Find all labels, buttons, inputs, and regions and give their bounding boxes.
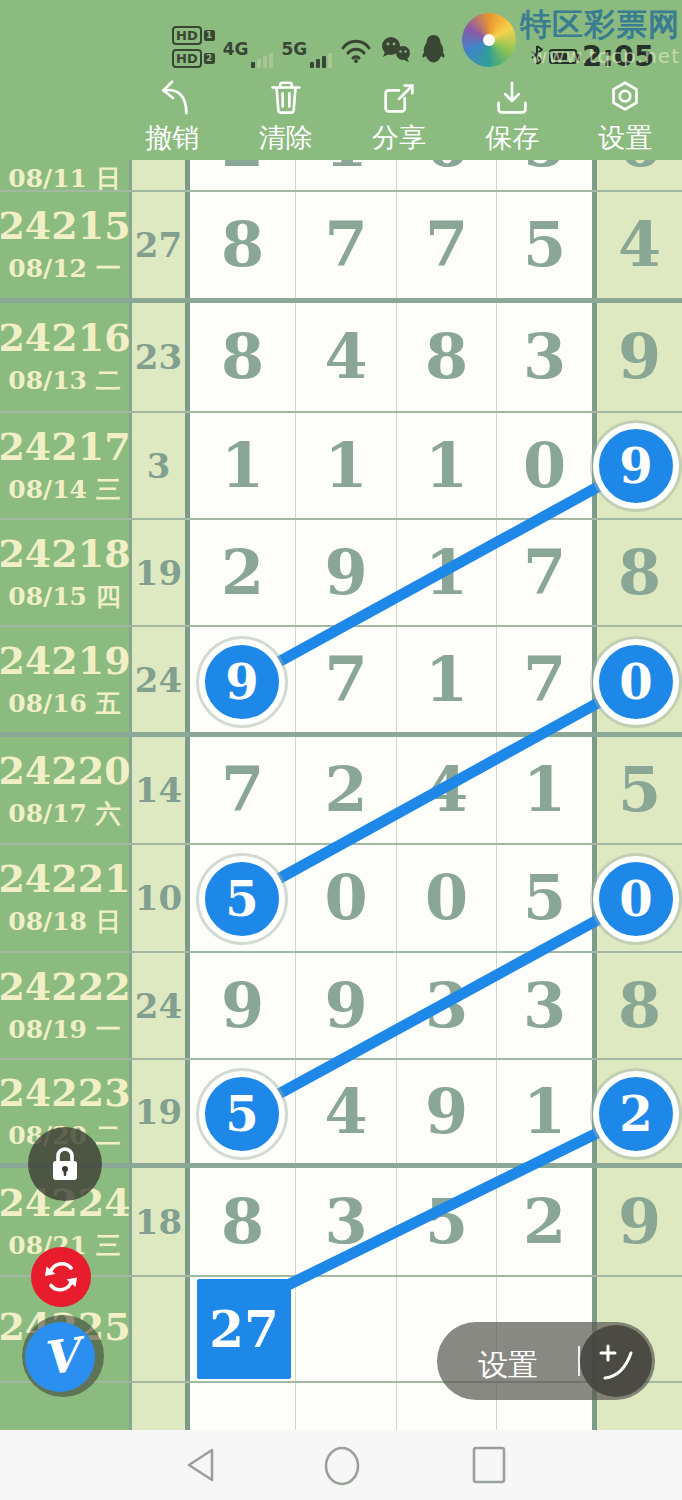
date-label: 08/19 一 (8, 1013, 120, 1046)
row-partial-top: 08/11 日 2 1 6 5 6 (0, 160, 682, 192)
android-nav-bar (0, 1430, 682, 1500)
digit-cell[interactable]: 8 (190, 303, 296, 411)
digit-cell[interactable]: 7 (497, 520, 597, 625)
date-label: 08/17 六 (8, 797, 120, 830)
sum-cell: 27 (132, 192, 190, 298)
undo-icon (152, 77, 194, 119)
digit-cell[interactable]: 0 (296, 845, 397, 951)
wechat-icon (380, 36, 412, 68)
brand-title: 特区彩票网 (520, 8, 680, 41)
save-icon (491, 77, 533, 119)
trend-circle[interactable]: 5 (199, 856, 285, 942)
nav-home-circle (322, 1446, 362, 1486)
row-24222: 24222 08/19 一 24 9 9 3 3 8 (0, 953, 682, 1060)
nav-recents-button[interactable] (470, 1446, 508, 1488)
last-digit-cell[interactable]: 4 (597, 192, 682, 298)
share-icon (378, 77, 420, 119)
digit-cell[interactable]: 8 (190, 192, 296, 298)
period-label: 24221 (0, 858, 131, 900)
period-label: 24216 (0, 317, 131, 359)
digit-cell[interactable]: 1 (397, 627, 497, 732)
date-label: 08/16 五 (8, 687, 120, 720)
digit-cell[interactable] (296, 1277, 397, 1381)
nav-recents-square (470, 1446, 508, 1484)
period-cell: 24219 08/16 五 (0, 627, 132, 732)
sum-cell: 23 (132, 303, 190, 411)
period-label: 24215 (0, 205, 131, 247)
sum-cell (132, 160, 190, 190)
row-24224: 24224 08/21 三 18 8 3 5 2 9 (0, 1168, 682, 1277)
sync-icon (42, 1258, 80, 1296)
pill-settings-label[interactable]: 设置 (437, 1345, 579, 1386)
nav-back-triangle (183, 1446, 219, 1484)
settings-icon (604, 77, 646, 119)
sum-cell: 18 (132, 1168, 190, 1275)
hd2-badge: HD 2 (172, 49, 215, 68)
digit-cell[interactable]: 1 (296, 160, 397, 190)
trend-table: 08/11 日 2 1 6 5 6 24215 08/12 一 27 8 7 7… (0, 160, 682, 1430)
digit-cell[interactable]: 1 (397, 413, 497, 518)
last-digit-cell[interactable]: 9 (597, 303, 682, 411)
4g-signal-bars: 4G (223, 41, 274, 68)
digit-cell[interactable]: 4 (296, 1060, 397, 1163)
v-logo: V (39, 1332, 81, 1383)
digit-cell[interactable]: 7 (190, 737, 296, 843)
digit-cell[interactable]: 2 (296, 737, 397, 843)
digit-cell[interactable]: 1 (296, 413, 397, 518)
date-label: 08/13 二 (8, 364, 120, 397)
period-cell: 24215 08/12 一 (0, 192, 132, 298)
nav-back-button[interactable] (183, 1446, 219, 1488)
last-digit-cell[interactable]: 5 (597, 737, 682, 843)
clear-button[interactable]: 清除 (259, 77, 313, 156)
period-cell: 24220 08/17 六 (0, 737, 132, 843)
toolbar: 撤销 清除 分享 (0, 75, 682, 160)
5g-signal-bars: 5G (281, 41, 332, 68)
digit-cell[interactable]: 3 (397, 953, 497, 1058)
period-label: 24217 (0, 426, 131, 468)
digit-cell[interactable]: 9 (296, 953, 397, 1058)
period-label: 24222 (0, 966, 131, 1008)
date-label: 08/14 三 (8, 473, 120, 506)
digit-cell[interactable]: 3 (296, 1168, 397, 1275)
row-24216: 24216 08/13 二 23 8 4 8 3 9 (0, 303, 682, 413)
date-label: 08/12 一 (8, 252, 120, 285)
digit-cell[interactable]: 4 (397, 737, 497, 843)
pen-tool-button[interactable] (580, 1325, 652, 1397)
digit-cell[interactable]: 1 (397, 520, 497, 625)
digit-cell[interactable]: 5 (497, 192, 597, 298)
period-cell: 24217 08/14 三 (0, 413, 132, 518)
sum-cell: 19 (132, 1060, 190, 1163)
digit-cell[interactable]: 7 (296, 192, 397, 298)
digit-cell[interactable]: 8 (397, 303, 497, 411)
digit-cell[interactable]: 9 (296, 520, 397, 625)
last-digit-cell[interactable]: 9 (597, 1168, 682, 1275)
sum-cell: 19 (132, 520, 190, 625)
date-label: 08/11 日 (8, 162, 120, 190)
sum-cell: 24 (132, 953, 190, 1058)
lock-button[interactable] (28, 1127, 102, 1201)
date-label: 08/15 四 (8, 580, 120, 613)
digit-cell[interactable]: 4 (296, 303, 397, 411)
digit-cell[interactable]: 1 (497, 737, 597, 843)
trend-circle[interactable]: 0 (593, 856, 679, 942)
row-24219: 24219 08/16 五 24 7 1 7 (0, 627, 682, 737)
digit-cell[interactable]: 6 (397, 160, 497, 190)
refresh-button[interactable] (31, 1247, 91, 1307)
undo-button[interactable]: 撤销 (146, 77, 200, 156)
row-24223: 24223 08/20 二 19 4 9 1 (0, 1060, 682, 1168)
app-screen: HD 1 HD 2 4G 5G (0, 0, 682, 1500)
digit-cell[interactable]: 9 (397, 1060, 497, 1163)
trend-circle[interactable]: 5 (199, 1071, 285, 1157)
row-24221: 24221 08/18 日 10 0 0 5 (0, 845, 682, 953)
last-digit-cell[interactable]: 8 (597, 520, 682, 625)
trend-sum-square[interactable]: 27 (197, 1279, 291, 1379)
qq-icon (420, 34, 447, 68)
sum-cell: 14 (132, 737, 190, 843)
digit-cell[interactable]: 7 (397, 192, 497, 298)
status-left-icons: HD 1 HD 2 4G 5G (172, 20, 447, 68)
row-24215: 24215 08/12 一 27 8 7 7 5 4 (0, 192, 682, 303)
sum-cell: 10 (132, 845, 190, 951)
digit-cell[interactable]: 1 (497, 1060, 597, 1163)
period-cell: 24218 08/15 四 (0, 520, 132, 625)
hd1-badge: HD 1 (172, 26, 215, 45)
digit-cell[interactable]: 8 (190, 1168, 296, 1275)
digit-cell[interactable] (296, 1383, 397, 1430)
share-button[interactable]: 分享 (372, 77, 426, 156)
status-bar: HD 1 HD 2 4G 5G (0, 0, 682, 75)
digit-cell[interactable]: 7 (497, 627, 597, 732)
v-logo-button[interactable]: V (25, 1322, 95, 1392)
lock-icon (47, 1145, 83, 1183)
trend-circle[interactable]: 9 (199, 639, 285, 725)
row-24218: 24218 08/15 四 19 2 9 1 7 8 (0, 520, 682, 627)
trash-icon (265, 77, 307, 119)
settings-button[interactable]: 设置 (598, 77, 652, 156)
digit-cell[interactable]: 3 (497, 303, 597, 411)
row-24220: 24220 08/17 六 14 7 2 4 1 5 (0, 737, 682, 845)
digit-cell[interactable] (190, 1383, 296, 1430)
digit-cell[interactable]: 5 (497, 160, 597, 190)
period-cell: 08/11 日 (0, 160, 132, 190)
sum-cell: 24 (132, 627, 190, 732)
nav-home-button[interactable] (322, 1446, 362, 1490)
digit-cell[interactable]: 5 (397, 1168, 497, 1275)
site-logo (462, 13, 516, 67)
wifi-icon (340, 38, 372, 68)
digit-cell[interactable]: 5 (497, 845, 597, 951)
sum-cell: 3 (132, 413, 190, 518)
save-button[interactable]: 保存 (485, 77, 539, 156)
period-cell: 24221 08/18 日 (0, 845, 132, 951)
trend-circle[interactable]: 9 (593, 423, 679, 509)
pen-plus-icon (595, 1340, 637, 1382)
digit-cell[interactable]: 2 (190, 160, 296, 190)
digit-cell[interactable]: 2 (497, 1168, 597, 1275)
digit-cell[interactable]: 7 (296, 627, 397, 732)
digit-cell[interactable]: 0 (497, 413, 597, 518)
draw-settings-pill[interactable]: 设置 (437, 1322, 655, 1400)
digit-cell[interactable]: 2 (190, 520, 296, 625)
period-label: 24223 (0, 1072, 131, 1114)
period-cell: 24216 08/13 二 (0, 303, 132, 411)
sum-cell (132, 1383, 190, 1430)
period-label: 24218 (0, 533, 131, 575)
trend-circle[interactable]: 0 (593, 639, 679, 725)
digit-cell[interactable]: 0 (397, 845, 497, 951)
last-digit-cell[interactable]: 6 (597, 160, 682, 190)
digit-cell[interactable]: 1 (190, 413, 296, 518)
digit-cell[interactable]: 3 (497, 953, 597, 1058)
row-24217: 24217 08/14 三 3 1 1 1 0 (0, 413, 682, 520)
last-digit-cell[interactable]: 8 (597, 953, 682, 1058)
sum-cell (132, 1277, 190, 1381)
watermark: www.tqcp.net (531, 44, 680, 68)
period-label: 24219 (0, 640, 131, 682)
period-cell: 24222 08/19 一 (0, 953, 132, 1058)
digit-cell[interactable]: 9 (190, 953, 296, 1058)
date-label: 08/18 日 (8, 905, 120, 938)
period-label: 24220 (0, 750, 131, 792)
trend-circle[interactable]: 2 (593, 1071, 679, 1157)
